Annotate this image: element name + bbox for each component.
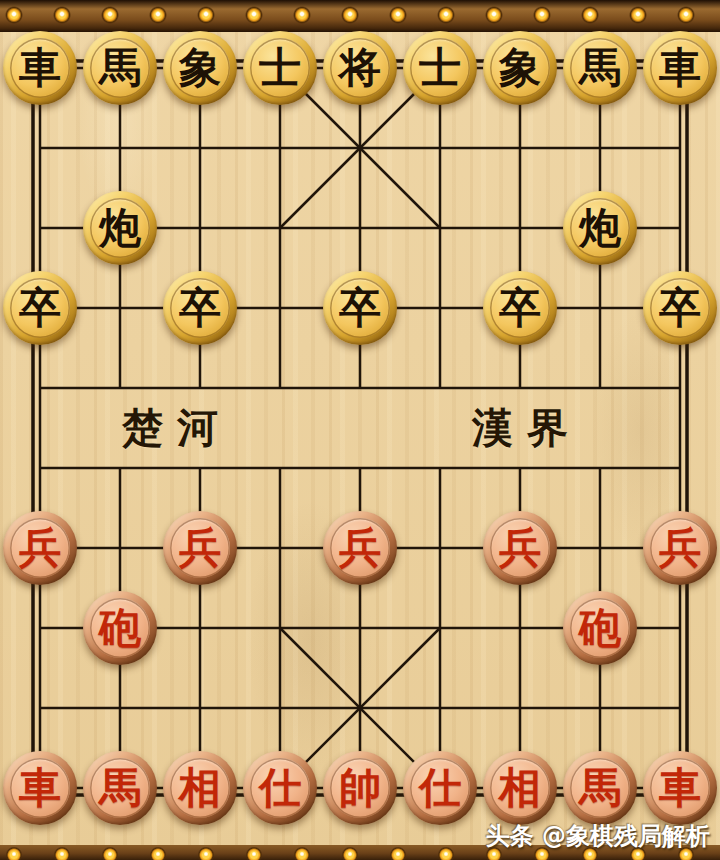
black-piece-士[interactable]: 士 (243, 31, 317, 105)
black-piece-将[interactable]: 将 (323, 31, 397, 105)
black-piece-卒[interactable]: 卒 (3, 271, 77, 345)
red-piece-砲[interactable]: 砲 (83, 591, 157, 665)
piece-glyph: 将 (330, 38, 390, 98)
red-piece-馬[interactable]: 馬 (83, 751, 157, 825)
piece-glyph: 車 (10, 758, 70, 818)
piece-glyph: 仕 (410, 758, 470, 818)
red-piece-砲[interactable]: 砲 (563, 591, 637, 665)
black-piece-士[interactable]: 士 (403, 31, 477, 105)
piece-glyph: 馬 (90, 38, 150, 98)
piece-glyph: 馬 (570, 38, 630, 98)
red-piece-仕[interactable]: 仕 (403, 751, 477, 825)
red-piece-相[interactable]: 相 (483, 751, 557, 825)
piece-glyph: 兵 (650, 518, 710, 578)
piece-glyph: 兵 (10, 518, 70, 578)
red-piece-車[interactable]: 車 (643, 751, 717, 825)
red-piece-兵[interactable]: 兵 (163, 511, 237, 585)
xiangqi-board: 楚河 漢界 車馬象士将士象馬車炮炮卒卒卒卒卒兵兵兵兵兵砲砲車馬相仕帥仕相馬車 头… (0, 0, 720, 860)
piece-glyph: 砲 (570, 598, 630, 658)
piece-glyph: 兵 (490, 518, 550, 578)
piece-glyph: 兵 (330, 518, 390, 578)
black-piece-車[interactable]: 車 (643, 31, 717, 105)
piece-glyph: 炮 (90, 198, 150, 258)
red-piece-兵[interactable]: 兵 (3, 511, 77, 585)
piece-glyph: 卒 (10, 278, 70, 338)
piece-glyph: 士 (250, 38, 310, 98)
red-piece-兵[interactable]: 兵 (323, 511, 397, 585)
red-piece-帥[interactable]: 帥 (323, 751, 397, 825)
red-piece-仕[interactable]: 仕 (243, 751, 317, 825)
black-piece-馬[interactable]: 馬 (563, 31, 637, 105)
black-piece-卒[interactable]: 卒 (483, 271, 557, 345)
piece-glyph: 帥 (330, 758, 390, 818)
black-piece-馬[interactable]: 馬 (83, 31, 157, 105)
piece-glyph: 仕 (250, 758, 310, 818)
piece-glyph: 馬 (570, 758, 630, 818)
red-piece-馬[interactable]: 馬 (563, 751, 637, 825)
watermark-text: 头条 @象棋残局解析 (486, 820, 710, 852)
piece-glyph: 象 (490, 38, 550, 98)
piece-glyph: 士 (410, 38, 470, 98)
piece-grid: 車馬象士将士象馬車炮炮卒卒卒卒卒兵兵兵兵兵砲砲車馬相仕帥仕相馬車 (0, 28, 720, 828)
black-piece-卒[interactable]: 卒 (323, 271, 397, 345)
red-piece-相[interactable]: 相 (163, 751, 237, 825)
piece-glyph: 砲 (90, 598, 150, 658)
red-piece-車[interactable]: 車 (3, 751, 77, 825)
black-piece-卒[interactable]: 卒 (643, 271, 717, 345)
black-piece-車[interactable]: 車 (3, 31, 77, 105)
piece-glyph: 卒 (490, 278, 550, 338)
piece-glyph: 炮 (570, 198, 630, 258)
red-piece-兵[interactable]: 兵 (483, 511, 557, 585)
piece-glyph: 兵 (170, 518, 230, 578)
black-piece-象[interactable]: 象 (163, 31, 237, 105)
piece-glyph: 車 (650, 758, 710, 818)
black-piece-炮[interactable]: 炮 (563, 191, 637, 265)
piece-glyph: 卒 (170, 278, 230, 338)
black-piece-象[interactable]: 象 (483, 31, 557, 105)
piece-glyph: 象 (170, 38, 230, 98)
piece-glyph: 相 (170, 758, 230, 818)
piece-glyph: 車 (10, 38, 70, 98)
piece-glyph: 車 (650, 38, 710, 98)
piece-glyph: 卒 (650, 278, 710, 338)
piece-glyph: 相 (490, 758, 550, 818)
black-piece-卒[interactable]: 卒 (163, 271, 237, 345)
piece-glyph: 卒 (330, 278, 390, 338)
piece-glyph: 馬 (90, 758, 150, 818)
riveted-rail-top (0, 0, 720, 32)
black-piece-炮[interactable]: 炮 (83, 191, 157, 265)
red-piece-兵[interactable]: 兵 (643, 511, 717, 585)
